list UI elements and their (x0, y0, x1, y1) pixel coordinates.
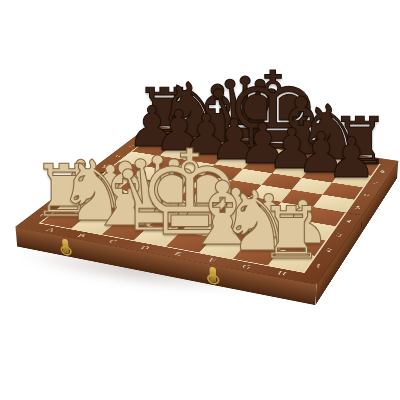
square-e4 (208, 192, 251, 210)
square-f2 (213, 223, 258, 243)
square-c2 (118, 207, 163, 226)
square-c1 (102, 220, 149, 240)
square-g1 (233, 243, 280, 265)
square-h4 (302, 207, 345, 226)
square-g3 (258, 215, 302, 235)
square-d1 (134, 226, 181, 246)
square-f3 (226, 210, 270, 229)
square-h5 (313, 195, 354, 213)
rank-label-2: 2 (43, 194, 75, 209)
square-g4 (270, 202, 313, 221)
square-b1 (71, 215, 118, 235)
square-e3 (194, 205, 238, 224)
clasp-ring (61, 245, 73, 257)
square-g5 (281, 190, 322, 208)
square-h2 (280, 235, 325, 256)
square-b2 (88, 202, 133, 221)
square-a1 (41, 209, 88, 228)
brass-clasp (59, 238, 72, 256)
square-e2 (181, 218, 226, 238)
brass-clasp (207, 266, 220, 285)
square-g2 (246, 229, 291, 250)
product-photo: ABCDEFGH ABCDEFGH 87654321 87654321 (0, 0, 400, 400)
square-e1 (166, 232, 213, 253)
square-d3 (163, 199, 207, 217)
clasp-ring (207, 273, 219, 285)
square-a2 (58, 197, 103, 215)
rank-label-1: 1 (25, 207, 58, 223)
square-f1 (199, 237, 246, 258)
square-c3 (133, 194, 177, 212)
square-b3 (103, 189, 147, 207)
scene: ABCDEFGH ABCDEFGH 87654321 87654321 (0, 0, 400, 400)
square-f4 (239, 197, 282, 215)
chess-board: ABCDEFGH ABCDEFGH 87654321 87654321 (16, 125, 399, 284)
fold-seam-side (361, 215, 363, 235)
square-h3 (292, 221, 336, 241)
square-h1 (268, 250, 315, 272)
square-d2 (149, 212, 194, 231)
